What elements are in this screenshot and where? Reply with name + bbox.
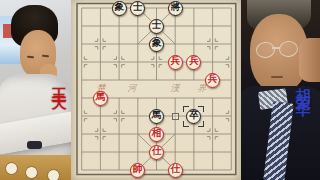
piece-red-兵[interactable]: 兵	[205, 73, 220, 88]
piece-black-將[interactable]: 將	[168, 1, 183, 16]
piece-black-象[interactable]: 象	[149, 37, 164, 52]
piece-red-兵[interactable]: 兵	[186, 55, 201, 70]
player-right-name: 胡荣华	[293, 76, 312, 97]
piece-black-卒[interactable]: 卒	[186, 109, 201, 124]
wristwatch	[27, 141, 42, 149]
piece-red-相[interactable]: 相	[149, 127, 164, 142]
piece-black-馬[interactable]: 馬	[149, 109, 164, 124]
piece-red-仕[interactable]: 仕	[149, 145, 164, 160]
last-move-from-marker	[172, 113, 179, 120]
table-board-edge	[0, 155, 71, 180]
piece-black-士[interactable]: 士	[130, 1, 145, 16]
piece-red-帥[interactable]: 帥	[130, 163, 145, 178]
xiangqi-board[interactable]: 楚河漢界象士將士象兵兵兵馬馬卒相仕帥仕	[71, 0, 241, 180]
river-text: 河	[128, 82, 137, 95]
video-frame: 王天一 楚河漢界象士將士象兵兵兵馬馬卒相仕帥仕 胡荣华	[0, 0, 320, 180]
player-left-photo: 王天一	[0, 0, 71, 180]
piece-black-象[interactable]: 象	[112, 1, 127, 16]
piece-black-士[interactable]: 士	[149, 19, 164, 34]
player-left-name: 王天一	[49, 76, 68, 97]
piece-red-仕[interactable]: 仕	[168, 163, 183, 178]
player-right-photo: 胡荣华	[241, 0, 320, 180]
piece-red-馬[interactable]: 馬	[93, 91, 108, 106]
river-text: 漢	[171, 82, 180, 95]
piece-red-兵[interactable]: 兵	[168, 55, 183, 70]
